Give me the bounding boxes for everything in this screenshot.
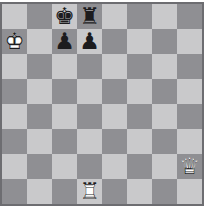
square-d8[interactable]: ♜	[77, 4, 102, 29]
black-rook-piece[interactable]: ♜	[77, 4, 102, 29]
square-g3[interactable]	[152, 129, 177, 154]
square-b4[interactable]	[27, 104, 52, 129]
square-a5[interactable]	[2, 79, 27, 104]
square-g2[interactable]	[152, 154, 177, 179]
square-c6[interactable]	[52, 54, 77, 79]
square-g4[interactable]	[152, 104, 177, 129]
piece-outline-glyph: ♔	[2, 29, 27, 54]
square-a4[interactable]	[2, 104, 27, 129]
square-b7[interactable]	[27, 29, 52, 54]
square-g7[interactable]	[152, 29, 177, 54]
square-b3[interactable]	[27, 129, 52, 154]
square-h7[interactable]	[177, 29, 202, 54]
square-b2[interactable]	[27, 154, 52, 179]
piece-outline-glyph: ♕	[177, 154, 202, 179]
square-h5[interactable]	[177, 79, 202, 104]
square-a3[interactable]	[2, 129, 27, 154]
white-queen-piece[interactable]: ♛♕	[177, 154, 202, 179]
square-f1[interactable]	[127, 179, 152, 204]
square-d4[interactable]	[77, 104, 102, 129]
piece-fill-glyph: ♟	[77, 29, 102, 54]
square-h8[interactable]	[177, 4, 202, 29]
square-d6[interactable]	[77, 54, 102, 79]
square-d7[interactable]: ♟	[77, 29, 102, 54]
square-h2[interactable]: ♛♕	[177, 154, 202, 179]
square-d1[interactable]: ♜♖	[77, 179, 102, 204]
square-h1[interactable]	[177, 179, 202, 204]
square-g1[interactable]	[152, 179, 177, 204]
square-g8[interactable]	[152, 4, 177, 29]
square-h4[interactable]	[177, 104, 202, 129]
square-c1[interactable]	[52, 179, 77, 204]
white-rook-piece[interactable]: ♜♖	[77, 179, 102, 204]
square-c7[interactable]: ♟	[52, 29, 77, 54]
square-f3[interactable]	[127, 129, 152, 154]
square-e2[interactable]	[102, 154, 127, 179]
square-e4[interactable]	[102, 104, 127, 129]
square-b8[interactable]	[27, 4, 52, 29]
square-f5[interactable]	[127, 79, 152, 104]
square-f4[interactable]	[127, 104, 152, 129]
square-g5[interactable]	[152, 79, 177, 104]
square-a1[interactable]	[2, 179, 27, 204]
square-a7[interactable]: ♚♔	[2, 29, 27, 54]
square-e6[interactable]	[102, 54, 127, 79]
square-f6[interactable]	[127, 54, 152, 79]
square-e5[interactable]	[102, 79, 127, 104]
black-king-piece[interactable]: ♚	[52, 4, 77, 29]
piece-outline-glyph: ♖	[77, 179, 102, 204]
piece-fill-glyph: ♚	[52, 4, 77, 29]
square-c2[interactable]	[52, 154, 77, 179]
square-d5[interactable]	[77, 79, 102, 104]
square-e8[interactable]	[102, 4, 127, 29]
square-c4[interactable]	[52, 104, 77, 129]
chess-diagram: ♚♜♚♔♟♟♛♕♜♖	[0, 0, 205, 209]
square-b5[interactable]	[27, 79, 52, 104]
black-pawn-piece[interactable]: ♟	[52, 29, 77, 54]
square-b6[interactable]	[27, 54, 52, 79]
square-e3[interactable]	[102, 129, 127, 154]
square-c8[interactable]: ♚	[52, 4, 77, 29]
square-g6[interactable]	[152, 54, 177, 79]
square-f2[interactable]	[127, 154, 152, 179]
chess-board: ♚♜♚♔♟♟♛♕♜♖	[0, 2, 204, 206]
piece-fill-glyph: ♟	[52, 29, 77, 54]
square-e1[interactable]	[102, 179, 127, 204]
square-b1[interactable]	[27, 179, 52, 204]
square-d2[interactable]	[77, 154, 102, 179]
square-h3[interactable]	[177, 129, 202, 154]
square-a6[interactable]	[2, 54, 27, 79]
square-f7[interactable]	[127, 29, 152, 54]
piece-fill-glyph: ♜	[77, 4, 102, 29]
square-d3[interactable]	[77, 129, 102, 154]
black-pawn-piece[interactable]: ♟	[77, 29, 102, 54]
square-h6[interactable]	[177, 54, 202, 79]
square-a8[interactable]	[2, 4, 27, 29]
square-c5[interactable]	[52, 79, 77, 104]
white-king-piece[interactable]: ♚♔	[2, 29, 27, 54]
square-f8[interactable]	[127, 4, 152, 29]
square-c3[interactable]	[52, 129, 77, 154]
square-e7[interactable]	[102, 29, 127, 54]
square-a2[interactable]	[2, 154, 27, 179]
